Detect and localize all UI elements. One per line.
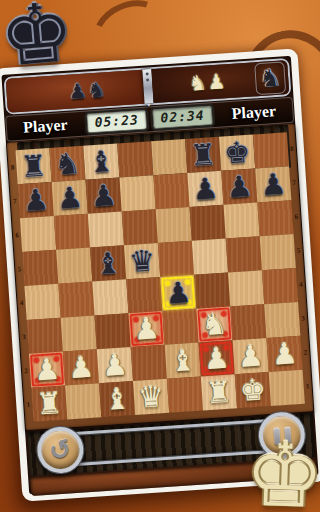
white-pawn: ♟: [33, 354, 61, 385]
square-c2[interactable]: ♟: [97, 347, 133, 383]
square-c1[interactable]: ♝: [99, 381, 135, 417]
square-h2[interactable]: ♟: [266, 336, 302, 372]
square-g3[interactable]: [230, 304, 266, 340]
white-bishop: ♝: [103, 384, 131, 415]
black-bishop: ♝: [94, 248, 122, 279]
square-d6[interactable]: [122, 209, 158, 245]
white-bishop: ♝: [169, 345, 197, 376]
captured-white-knight: ♞: [188, 66, 208, 101]
square-b6[interactable]: [54, 214, 90, 250]
black-pawn: ♟: [259, 169, 287, 200]
square-c3[interactable]: [95, 313, 131, 349]
white-pawn: ♟: [237, 341, 265, 372]
square-d5[interactable]: ♛: [124, 243, 160, 279]
white-pawn: ♟: [271, 339, 299, 370]
black-pawn: ♟: [90, 180, 118, 211]
square-f8[interactable]: ♜: [185, 137, 221, 173]
black-pawn: ♟: [191, 173, 219, 204]
square-h5[interactable]: [260, 234, 296, 270]
square-h1[interactable]: [269, 370, 305, 406]
ornament-icon: ✦: [146, 101, 152, 109]
black-rook: ♜: [189, 140, 217, 171]
square-e5[interactable]: [158, 241, 194, 277]
square-e8[interactable]: [151, 139, 187, 175]
square-a5[interactable]: [22, 250, 58, 286]
white-rook: ♜: [35, 388, 63, 419]
white-pawn: ♟: [67, 352, 95, 383]
captured-white-pawn: ♟: [206, 64, 226, 99]
square-f6[interactable]: [190, 205, 226, 241]
square-b5[interactable]: [56, 248, 92, 284]
square-g6[interactable]: [223, 202, 259, 238]
square-a7[interactable]: ♟: [18, 182, 54, 218]
square-b8[interactable]: ♞: [49, 146, 85, 182]
square-b7[interactable]: ♟: [52, 180, 88, 216]
black-king: ♚: [223, 137, 251, 168]
black-rook: ♜: [20, 151, 48, 182]
square-a2[interactable]: ♟: [29, 352, 65, 388]
right-player-name: Player: [215, 101, 293, 124]
black-pawn: ♟: [22, 185, 50, 216]
square-g7[interactable]: ♟: [221, 168, 257, 204]
square-b2[interactable]: ♟: [63, 349, 99, 385]
square-b1[interactable]: [65, 383, 101, 419]
square-g5[interactable]: [226, 236, 262, 272]
left-player-clock: 05:23: [86, 110, 147, 134]
white-king: ♚: [239, 375, 267, 406]
square-f1[interactable]: ♜: [201, 374, 237, 410]
board-grid: ♜♞♝♜♚♟♟♟♟♟♟♝♛♟♟♞♟♟♟♝♟♟♟♜♝♛♜♚: [15, 132, 304, 421]
square-a1[interactable]: ♜: [31, 386, 67, 422]
black-queen: ♛: [128, 246, 156, 277]
square-e6[interactable]: [156, 207, 192, 243]
square-c4[interactable]: [92, 279, 128, 315]
square-h8[interactable]: [253, 132, 289, 168]
square-g4[interactable]: [228, 270, 264, 306]
square-d7[interactable]: [119, 175, 155, 211]
square-c5[interactable]: ♝: [90, 245, 126, 281]
white-queen: ♛: [137, 382, 165, 413]
square-d1[interactable]: ♛: [133, 379, 169, 415]
square-f3[interactable]: ♞: [196, 306, 232, 342]
white-pawn: ♟: [101, 350, 129, 381]
square-g1[interactable]: ♚: [235, 372, 271, 408]
square-h6[interactable]: [257, 200, 293, 236]
right-player-clock: 02:34: [152, 105, 213, 129]
square-f4[interactable]: [194, 272, 230, 308]
square-e7[interactable]: [153, 173, 189, 209]
square-a3[interactable]: [27, 318, 63, 354]
left-captured-tray: ♟♞: [68, 72, 107, 108]
black-player-emblem: ♞: [254, 61, 286, 95]
square-a4[interactable]: [24, 284, 60, 320]
captured-black-pawn: ♟: [68, 73, 88, 108]
square-d2[interactable]: [131, 345, 167, 381]
white-rook: ♜: [205, 377, 233, 408]
square-f7[interactable]: ♟: [187, 171, 223, 207]
square-e4[interactable]: ♟: [160, 275, 196, 311]
square-b3[interactable]: [61, 315, 97, 351]
square-h7[interactable]: ♟: [255, 166, 291, 202]
square-a8[interactable]: ♜: [15, 148, 51, 184]
white-pawn: ♟: [133, 314, 161, 345]
square-g8[interactable]: ♚: [219, 135, 255, 171]
square-c6[interactable]: [88, 211, 124, 247]
black-pawn: ♟: [164, 278, 192, 309]
square-e2[interactable]: ♝: [165, 343, 201, 379]
right-captured-panel: ♞♟ ♞: [151, 60, 289, 103]
square-b4[interactable]: [58, 282, 94, 318]
black-bishop: ♝: [87, 146, 115, 177]
left-captured-panel: ♟♞: [6, 70, 144, 113]
square-h4[interactable]: [262, 268, 298, 304]
pause-icon: [273, 426, 291, 444]
square-d3[interactable]: ♟: [128, 311, 164, 347]
square-g2[interactable]: ♟: [232, 338, 268, 374]
square-c8[interactable]: ♝: [83, 144, 119, 180]
square-e1[interactable]: [167, 377, 203, 413]
square-c7[interactable]: ♟: [86, 177, 122, 213]
black-pawn: ♟: [225, 171, 253, 202]
right-captured-tray: ♞♟: [188, 64, 227, 100]
square-f5[interactable]: [192, 239, 228, 275]
game-card: ♟♞ ♞♟ ♞ ✦ Player 05:23 02:34 Player ABCD…: [0, 48, 320, 501]
square-f2[interactable]: ♟: [199, 340, 235, 376]
square-d8[interactable]: [117, 141, 153, 177]
left-player-name: Player: [6, 115, 84, 138]
white-knight: ♞: [200, 309, 228, 340]
black-knight: ♞: [54, 149, 82, 180]
chess-board: ABCDEFGH ABCDEFGH 87654321 87654321 ♜♞♝♜…: [7, 124, 313, 430]
black-pawn: ♟: [56, 182, 84, 213]
undo-arrow-icon: ↺: [46, 433, 75, 468]
square-d4[interactable]: [126, 277, 162, 313]
square-a6[interactable]: [20, 216, 56, 252]
white-pawn: ♟: [203, 343, 231, 374]
black-knight-icon: ♞: [259, 64, 282, 93]
captured-black-knight: ♞: [86, 72, 106, 107]
square-e3[interactable]: [162, 309, 198, 345]
square-h3[interactable]: [264, 302, 300, 338]
